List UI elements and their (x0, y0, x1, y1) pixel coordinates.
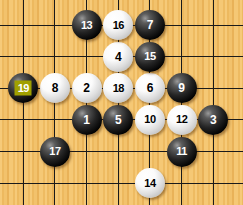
move-number: 4 (115, 51, 122, 63)
move-number: 3 (210, 114, 217, 126)
stone-w2: 2 (72, 73, 102, 103)
grid-line-horizontal (0, 151, 243, 152)
move-number: 12 (176, 114, 187, 125)
stone-b9: 9 (167, 73, 197, 103)
move-number: 10 (144, 114, 155, 125)
stone-w16: 16 (103, 10, 133, 40)
move-number: 18 (113, 83, 124, 94)
move-number: 9 (178, 82, 185, 94)
stone-b17: 17 (40, 137, 70, 167)
move-number: 8 (52, 82, 59, 94)
move-number: 17 (49, 146, 60, 157)
move-number: 13 (81, 20, 92, 31)
move-number: 16 (113, 20, 124, 31)
stone-w12: 12 (167, 105, 197, 135)
stone-b19: 19 (8, 73, 38, 103)
move-number: 15 (144, 51, 155, 62)
stone-w10: 10 (135, 105, 165, 135)
stone-w6: 6 (135, 73, 165, 103)
stone-w18: 18 (103, 73, 133, 103)
stone-w4: 4 (103, 42, 133, 72)
stone-b3: 3 (198, 105, 228, 135)
move-number: 7 (147, 19, 154, 31)
move-number: 1 (83, 114, 90, 126)
grid-line-vertical (213, 0, 214, 205)
stone-b5: 5 (103, 105, 133, 135)
stone-b13: 13 (72, 10, 102, 40)
go-diagram: 12345678910111213141516171819 (0, 0, 243, 205)
move-number: 5 (115, 114, 122, 126)
move-number: 2 (83, 82, 90, 94)
stone-b15: 15 (135, 42, 165, 72)
grid-line-horizontal (0, 183, 243, 184)
move-number: 6 (147, 82, 154, 94)
go-board[interactable]: 12345678910111213141516171819 (0, 0, 243, 205)
move-number: 19 (18, 83, 29, 94)
stone-w8: 8 (40, 73, 70, 103)
stone-b11: 11 (167, 137, 197, 167)
move-number: 14 (144, 178, 155, 189)
stone-b7: 7 (135, 10, 165, 40)
move-number: 11 (176, 146, 187, 157)
stone-b1: 1 (72, 105, 102, 135)
stone-w14: 14 (135, 168, 165, 198)
